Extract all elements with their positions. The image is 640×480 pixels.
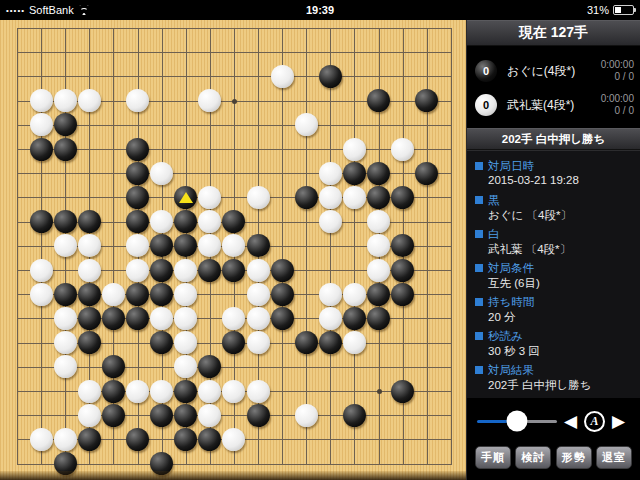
black-stone [126, 210, 149, 233]
black-stone [271, 307, 294, 330]
white-stone [54, 89, 77, 112]
white-stone [54, 355, 77, 378]
white-stone [295, 113, 318, 136]
black-stone [391, 259, 414, 282]
black-stone [126, 162, 149, 185]
next-move-button[interactable]: ▶ [612, 413, 625, 430]
white-stone [78, 89, 101, 112]
black-stone [150, 404, 173, 427]
black-stone [391, 380, 414, 403]
info-label: 黒 [488, 193, 500, 208]
black-stone [271, 259, 294, 282]
bullet-icon [475, 162, 483, 170]
info-row: 秒読み 30 秒 3 回 [475, 328, 632, 360]
black-stone [295, 331, 318, 354]
black-stone [367, 162, 390, 185]
go-board[interactable] [0, 20, 466, 480]
white-stone [198, 404, 221, 427]
white-stone [319, 307, 342, 330]
white-captures-stone-icon: 0 [475, 94, 497, 116]
leave-room-button[interactable]: 退室 [596, 446, 632, 469]
moves-button[interactable]: 手順 [475, 446, 511, 469]
last-move-triangle-marker [179, 192, 193, 203]
white-stone [198, 380, 221, 403]
black-stone [391, 186, 414, 209]
result-header: 202手 白中押し勝ち [467, 128, 640, 150]
white-stone [319, 210, 342, 233]
info-row: 黒 おぐに 〔4段*〕 [475, 192, 632, 224]
info-value: 20 分 [475, 310, 632, 326]
black-stone [174, 380, 197, 403]
black-stone [247, 234, 270, 257]
bullet-icon [475, 196, 483, 204]
black-player-periods: 0 / 0 [601, 71, 634, 84]
info-label: 対局日時 [488, 159, 534, 174]
bullet-icon [475, 298, 483, 306]
black-stone [295, 186, 318, 209]
white-stone [126, 380, 149, 403]
info-label: 白 [488, 227, 500, 242]
black-stone [174, 186, 197, 209]
info-value: おぐに 〔4段*〕 [475, 208, 632, 224]
info-label: 秒読み [488, 329, 523, 344]
black-stone [222, 259, 245, 282]
info-value: 202手 白中押し勝ち [475, 378, 632, 394]
bullet-icon [475, 332, 483, 340]
white-stone [367, 210, 390, 233]
white-stone [30, 259, 53, 282]
black-stone [54, 210, 77, 233]
black-stone [78, 210, 101, 233]
black-stone [319, 65, 342, 88]
black-stone [54, 113, 77, 136]
white-stone [102, 283, 125, 306]
black-stone [343, 162, 366, 185]
white-stone [222, 380, 245, 403]
white-stone [78, 259, 101, 282]
black-stone [30, 138, 53, 161]
black-stone [367, 283, 390, 306]
white-stone [343, 331, 366, 354]
white-stone [78, 380, 101, 403]
info-label: 対局結果 [488, 363, 534, 378]
black-stone [343, 404, 366, 427]
white-stone [150, 380, 173, 403]
move-slider[interactable] [477, 420, 557, 423]
white-player-periods: 0 / 0 [601, 105, 634, 118]
info-row: 対局結果 202手 白中押し勝ち [475, 362, 632, 394]
black-stone [126, 186, 149, 209]
black-player-time: 0:00:00 [601, 59, 634, 72]
review-button[interactable]: 検討 [515, 446, 551, 469]
black-stone [54, 283, 77, 306]
black-stone [174, 428, 197, 451]
white-stone [30, 113, 53, 136]
black-stone [126, 283, 149, 306]
black-stone [78, 331, 101, 354]
black-stone [367, 186, 390, 209]
black-stone [415, 162, 438, 185]
black-stone [150, 283, 173, 306]
black-stone [367, 89, 390, 112]
white-stone [30, 428, 53, 451]
prev-move-button[interactable]: ◀ [564, 413, 577, 430]
white-stone [247, 186, 270, 209]
white-stone [174, 307, 197, 330]
white-stone [343, 186, 366, 209]
black-stone [367, 307, 390, 330]
white-stone [30, 283, 53, 306]
white-stone [319, 186, 342, 209]
star-point [377, 389, 382, 394]
white-stone [78, 404, 101, 427]
white-stone [150, 162, 173, 185]
battery-icon [613, 5, 634, 15]
bullet-icon [475, 264, 483, 272]
white-stone [126, 259, 149, 282]
black-stone [319, 331, 342, 354]
black-stone [150, 452, 173, 475]
battery-percent: 31% [587, 4, 609, 16]
white-stone [174, 283, 197, 306]
white-stone [126, 89, 149, 112]
info-value: 互先 (6目) [475, 276, 632, 292]
white-stone [247, 331, 270, 354]
black-stone [54, 138, 77, 161]
action-buttons: 手順 検討 形勢 退室 [467, 444, 640, 480]
game-info-panel: 対局日時 2015-03-21 19:28 黒 おぐに 〔4段*〕 白 武礼葉 … [467, 150, 640, 398]
black-stone [126, 138, 149, 161]
info-value: 武礼葉 〔4段*〕 [475, 242, 632, 258]
replay-controls: ◀ A ▶ [467, 398, 640, 444]
clock: 19:39 [0, 4, 640, 16]
black-stone [54, 452, 77, 475]
black-stone [102, 380, 125, 403]
info-value: 2015-03-21 19:28 [475, 174, 632, 190]
black-stone [174, 404, 197, 427]
info-label: 持ち時間 [488, 295, 534, 310]
slider-knob[interactable] [507, 411, 528, 432]
black-stone [30, 210, 53, 233]
white-stone [54, 307, 77, 330]
player-row-black: 0 おぐに(4段*) 0:00:00 0 / 0 [475, 54, 634, 88]
black-stone [126, 307, 149, 330]
white-stone [247, 283, 270, 306]
black-stone [247, 404, 270, 427]
info-label: 対局条件 [488, 261, 534, 276]
info-row: 対局日時 2015-03-21 19:28 [475, 158, 632, 190]
black-stone [150, 259, 173, 282]
black-player-name: おぐに(4段*) [507, 63, 601, 80]
info-value: 30 秒 3 回 [475, 344, 632, 360]
white-stone [174, 259, 197, 282]
info-row: 対局条件 互先 (6目) [475, 260, 632, 292]
white-stone [54, 234, 77, 257]
black-stone [271, 283, 294, 306]
white-stone [247, 380, 270, 403]
white-player-name: 武礼葉(4段*) [507, 97, 601, 114]
white-stone [78, 234, 101, 257]
info-row: 持ち時間 20 分 [475, 294, 632, 326]
white-stone [54, 331, 77, 354]
white-stone [30, 89, 53, 112]
white-stone [271, 65, 294, 88]
player-list: 0 おぐに(4段*) 0:00:00 0 / 0 0 武礼葉(4段*) 0:00… [467, 46, 640, 128]
bullet-icon [475, 230, 483, 238]
move-counter-header: 現在 127手 [467, 20, 640, 46]
bullet-icon [475, 366, 483, 374]
player-row-white: 0 武礼葉(4段*) 0:00:00 0 / 0 [475, 88, 634, 122]
white-stone [319, 162, 342, 185]
white-stone [150, 307, 173, 330]
white-stone [54, 428, 77, 451]
white-stone [391, 138, 414, 161]
black-stone [102, 404, 125, 427]
white-stone [367, 259, 390, 282]
black-stone [78, 307, 101, 330]
estimate-button[interactable]: 形勢 [556, 446, 592, 469]
status-bar: ••••• SoftBank 19:39 31% [0, 0, 640, 20]
white-stone [295, 404, 318, 427]
white-stone [343, 138, 366, 161]
white-stone [319, 283, 342, 306]
black-stone [78, 428, 101, 451]
black-captures-stone-icon: 0 [475, 60, 497, 82]
info-row: 白 武礼葉 〔4段*〕 [475, 226, 632, 258]
black-stone [78, 283, 101, 306]
white-stone [247, 307, 270, 330]
auto-play-button[interactable]: A [584, 411, 605, 432]
white-player-time: 0:00:00 [601, 93, 634, 106]
sidebar: 現在 127手 0 おぐに(4段*) 0:00:00 0 / 0 0 武礼葉(4… [466, 20, 640, 480]
white-stone [343, 283, 366, 306]
white-stone [247, 259, 270, 282]
black-stone [391, 283, 414, 306]
black-stone [198, 259, 221, 282]
black-stone [343, 307, 366, 330]
black-stone [126, 428, 149, 451]
black-stone [102, 307, 125, 330]
star-point [232, 99, 237, 104]
